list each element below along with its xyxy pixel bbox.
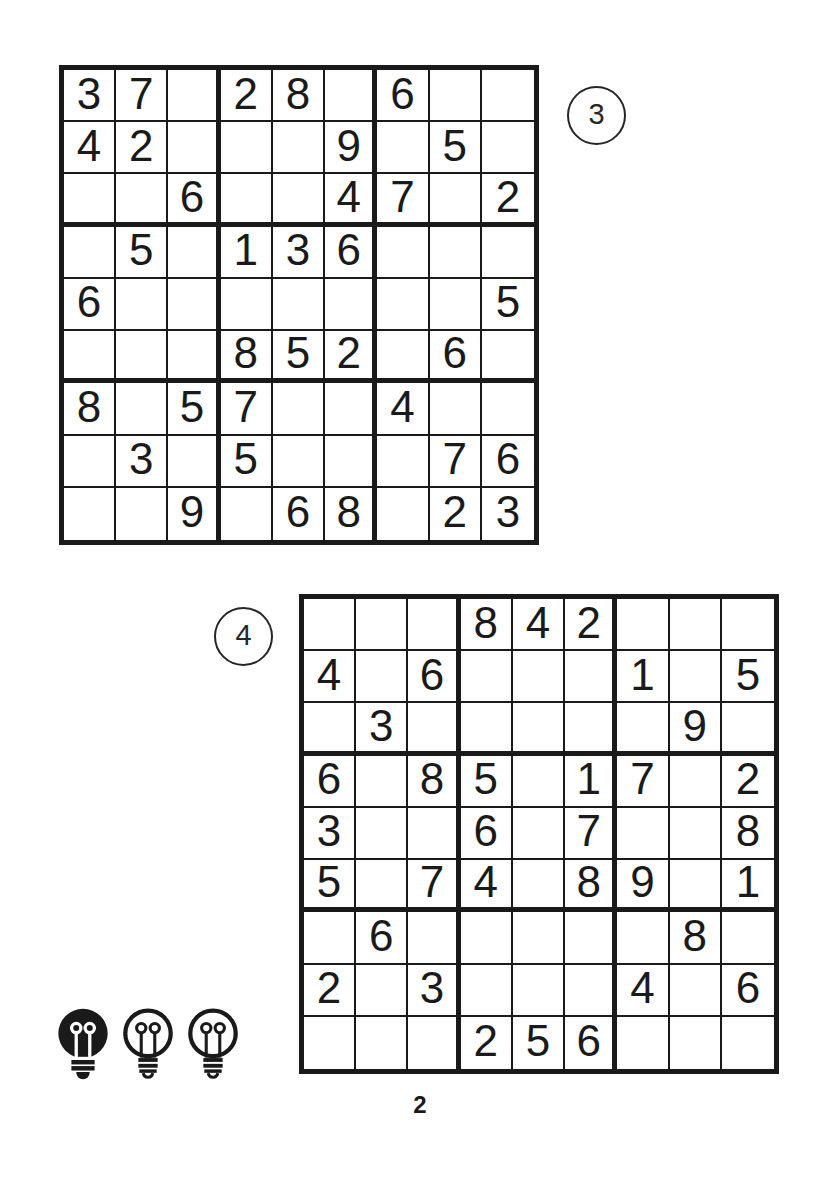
cell-r3c2 bbox=[116, 174, 168, 226]
cell-r9c8: 2 bbox=[430, 488, 482, 540]
cell-r6c4: 4 bbox=[461, 860, 513, 912]
cell-r9c3 bbox=[408, 1017, 460, 1069]
cell-r9c1 bbox=[64, 488, 116, 540]
cell-r6c7 bbox=[377, 331, 429, 383]
cell-r2c3: 6 bbox=[408, 651, 460, 703]
cell-r1c4: 8 bbox=[461, 599, 513, 651]
cell-r8c1: 2 bbox=[304, 965, 356, 1017]
cell-r7c5 bbox=[273, 383, 325, 435]
cell-r6c9: 1 bbox=[722, 860, 774, 912]
cell-r6c1: 5 bbox=[304, 860, 356, 912]
cell-r4c1: 6 bbox=[304, 756, 356, 808]
cell-r9c9: 3 bbox=[482, 488, 534, 540]
book-page: 372864295647251366585268574357696823 3 8… bbox=[0, 0, 840, 1190]
cell-r9c6: 8 bbox=[325, 488, 377, 540]
cell-r5c3 bbox=[168, 279, 220, 331]
cell-r8c5 bbox=[273, 436, 325, 488]
cell-r9c4: 2 bbox=[461, 1017, 513, 1069]
cell-r6c7: 9 bbox=[617, 860, 669, 912]
cell-r3c9: 2 bbox=[482, 174, 534, 226]
cell-r3c6: 4 bbox=[325, 174, 377, 226]
cell-r9c1 bbox=[304, 1017, 356, 1069]
cell-r3c4 bbox=[461, 703, 513, 755]
cell-r7c5 bbox=[513, 912, 565, 964]
cell-r3c7: 7 bbox=[377, 174, 429, 226]
cell-r2c5 bbox=[513, 651, 565, 703]
cell-r1c2 bbox=[356, 599, 408, 651]
cell-r6c6: 8 bbox=[565, 860, 617, 912]
cell-r7c4 bbox=[461, 912, 513, 964]
cell-r4c9: 2 bbox=[722, 756, 774, 808]
cell-r3c8: 9 bbox=[670, 703, 722, 755]
cell-r8c8: 7 bbox=[430, 436, 482, 488]
cell-r4c8 bbox=[670, 756, 722, 808]
cell-r7c1: 8 bbox=[64, 383, 116, 435]
cell-r7c9 bbox=[482, 383, 534, 435]
cell-r1c5: 8 bbox=[273, 70, 325, 122]
cell-r7c6 bbox=[325, 383, 377, 435]
cell-r7c8: 8 bbox=[670, 912, 722, 964]
cell-r4c4: 5 bbox=[461, 756, 513, 808]
cell-r1c1: 3 bbox=[64, 70, 116, 122]
cell-r2c7: 1 bbox=[617, 651, 669, 703]
cell-r9c3: 9 bbox=[168, 488, 220, 540]
cell-r5c7 bbox=[377, 279, 429, 331]
cell-r4c3 bbox=[168, 227, 220, 279]
cell-r6c5 bbox=[513, 860, 565, 912]
cell-r3c8 bbox=[430, 174, 482, 226]
cell-r3c4 bbox=[221, 174, 273, 226]
cell-r7c2 bbox=[116, 383, 168, 435]
cell-r5c9: 5 bbox=[482, 279, 534, 331]
cell-r2c6 bbox=[565, 651, 617, 703]
cell-r3c6 bbox=[565, 703, 617, 755]
page-number: 2 bbox=[0, 1091, 840, 1119]
cell-r8c2: 3 bbox=[116, 436, 168, 488]
cell-r6c2 bbox=[356, 860, 408, 912]
cell-r2c6: 9 bbox=[325, 122, 377, 174]
cell-r9c2 bbox=[356, 1017, 408, 1069]
cell-r4c6: 6 bbox=[325, 227, 377, 279]
cell-r1c6: 2 bbox=[565, 599, 617, 651]
cell-r3c7 bbox=[617, 703, 669, 755]
cell-r1c1 bbox=[304, 599, 356, 651]
cell-r8c5 bbox=[513, 965, 565, 1017]
cell-r5c5 bbox=[513, 808, 565, 860]
cell-r4c7 bbox=[377, 227, 429, 279]
cell-r7c1 bbox=[304, 912, 356, 964]
cell-r8c6 bbox=[325, 436, 377, 488]
cell-r9c6: 6 bbox=[565, 1017, 617, 1069]
cell-r5c4 bbox=[221, 279, 273, 331]
cell-r2c1: 4 bbox=[304, 651, 356, 703]
cell-r2c8 bbox=[670, 651, 722, 703]
cell-r1c6 bbox=[325, 70, 377, 122]
cell-r1c7 bbox=[617, 599, 669, 651]
cell-r2c1: 4 bbox=[64, 122, 116, 174]
cell-r3c3 bbox=[408, 703, 460, 755]
cell-r8c2 bbox=[356, 965, 408, 1017]
cell-r9c5: 6 bbox=[273, 488, 325, 540]
cell-r5c9: 8 bbox=[722, 808, 774, 860]
cell-r2c8: 5 bbox=[430, 122, 482, 174]
lightbulb-icon-filled bbox=[54, 1007, 112, 1083]
cell-r5c1: 3 bbox=[304, 808, 356, 860]
cell-r5c2 bbox=[356, 808, 408, 860]
cell-r6c8: 6 bbox=[430, 331, 482, 383]
cell-r8c1 bbox=[64, 436, 116, 488]
cell-r2c7 bbox=[377, 122, 429, 174]
cell-r7c6 bbox=[565, 912, 617, 964]
cell-r7c8 bbox=[430, 383, 482, 435]
cell-r8c4: 5 bbox=[221, 436, 273, 488]
cell-r9c7 bbox=[377, 488, 429, 540]
cell-r1c5: 4 bbox=[513, 599, 565, 651]
cell-r4c6: 1 bbox=[565, 756, 617, 808]
cell-r1c2: 7 bbox=[116, 70, 168, 122]
cell-r8c8 bbox=[670, 965, 722, 1017]
cell-r9c5: 5 bbox=[513, 1017, 565, 1069]
cell-r6c6: 2 bbox=[325, 331, 377, 383]
cell-r5c6: 7 bbox=[565, 808, 617, 860]
cell-r5c1: 6 bbox=[64, 279, 116, 331]
cell-r1c3 bbox=[168, 70, 220, 122]
cell-r5c8 bbox=[670, 808, 722, 860]
cell-r6c3 bbox=[168, 331, 220, 383]
puzzle-3-number-badge: 3 bbox=[567, 86, 626, 145]
cell-r2c2 bbox=[356, 651, 408, 703]
cell-r3c5 bbox=[273, 174, 325, 226]
cell-r4c4: 1 bbox=[221, 227, 273, 279]
cell-r7c3: 5 bbox=[168, 383, 220, 435]
cell-r5c2 bbox=[116, 279, 168, 331]
cell-r7c7: 4 bbox=[377, 383, 429, 435]
cell-r4c5 bbox=[513, 756, 565, 808]
cell-r9c7 bbox=[617, 1017, 669, 1069]
cell-r2c4 bbox=[221, 122, 273, 174]
cell-r5c8 bbox=[430, 279, 482, 331]
cell-r3c9 bbox=[722, 703, 774, 755]
puzzle-4-number-badge: 4 bbox=[214, 607, 273, 666]
difficulty-indicator bbox=[54, 1007, 242, 1083]
cell-r8c9: 6 bbox=[722, 965, 774, 1017]
cell-r8c7 bbox=[377, 436, 429, 488]
cell-r4c5: 3 bbox=[273, 227, 325, 279]
cell-r2c3 bbox=[168, 122, 220, 174]
cell-r6c8 bbox=[670, 860, 722, 912]
cell-r8c3: 3 bbox=[408, 965, 460, 1017]
cell-r7c3 bbox=[408, 912, 460, 964]
cell-r4c9 bbox=[482, 227, 534, 279]
cell-r4c8 bbox=[430, 227, 482, 279]
cell-r4c2 bbox=[356, 756, 408, 808]
puzzle-4-number: 4 bbox=[235, 619, 251, 654]
cell-r5c5 bbox=[273, 279, 325, 331]
cell-r5c3 bbox=[408, 808, 460, 860]
cell-r1c3 bbox=[408, 599, 460, 651]
cell-r5c4: 6 bbox=[461, 808, 513, 860]
cell-r6c5: 5 bbox=[273, 331, 325, 383]
cell-r8c6 bbox=[565, 965, 617, 1017]
cell-r6c1 bbox=[64, 331, 116, 383]
cell-r5c6 bbox=[325, 279, 377, 331]
cell-r9c8 bbox=[670, 1017, 722, 1069]
cell-r2c9: 5 bbox=[722, 651, 774, 703]
cell-r3c1 bbox=[304, 703, 356, 755]
lightbulb-icon-outline bbox=[184, 1007, 242, 1083]
puzzle-3-number: 3 bbox=[588, 98, 604, 133]
cell-r6c4: 8 bbox=[221, 331, 273, 383]
cell-r1c7: 6 bbox=[377, 70, 429, 122]
cell-r2c5 bbox=[273, 122, 325, 174]
cell-r7c4: 7 bbox=[221, 383, 273, 435]
cell-r4c3: 8 bbox=[408, 756, 460, 808]
sudoku-grid-puzzle-3: 372864295647251366585268574357696823 bbox=[59, 65, 539, 545]
cell-r3c1 bbox=[64, 174, 116, 226]
cell-r2c2: 2 bbox=[116, 122, 168, 174]
cell-r8c9: 6 bbox=[482, 436, 534, 488]
cell-r3c5 bbox=[513, 703, 565, 755]
cell-r9c4 bbox=[221, 488, 273, 540]
cell-r4c2: 5 bbox=[116, 227, 168, 279]
cell-r1c9 bbox=[482, 70, 534, 122]
cell-r2c9 bbox=[482, 122, 534, 174]
cell-r4c1 bbox=[64, 227, 116, 279]
cell-r1c9 bbox=[722, 599, 774, 651]
cell-r6c3: 7 bbox=[408, 860, 460, 912]
cell-r8c3 bbox=[168, 436, 220, 488]
cell-r4c7: 7 bbox=[617, 756, 669, 808]
cell-r9c2 bbox=[116, 488, 168, 540]
cell-r8c4 bbox=[461, 965, 513, 1017]
cell-r7c9 bbox=[722, 912, 774, 964]
cell-r6c9 bbox=[482, 331, 534, 383]
cell-r6c2 bbox=[116, 331, 168, 383]
cell-r3c2: 3 bbox=[356, 703, 408, 755]
cell-r2c4 bbox=[461, 651, 513, 703]
cell-r7c7 bbox=[617, 912, 669, 964]
cell-r8c7: 4 bbox=[617, 965, 669, 1017]
sudoku-grid-puzzle-4: 8424615396851723678574891682346256 bbox=[299, 594, 779, 1074]
cell-r1c8 bbox=[670, 599, 722, 651]
cell-r9c9 bbox=[722, 1017, 774, 1069]
cell-r7c2: 6 bbox=[356, 912, 408, 964]
cell-r3c3: 6 bbox=[168, 174, 220, 226]
lightbulb-icon-outline bbox=[119, 1007, 177, 1083]
cell-r1c8 bbox=[430, 70, 482, 122]
cell-r1c4: 2 bbox=[221, 70, 273, 122]
cell-r5c7 bbox=[617, 808, 669, 860]
